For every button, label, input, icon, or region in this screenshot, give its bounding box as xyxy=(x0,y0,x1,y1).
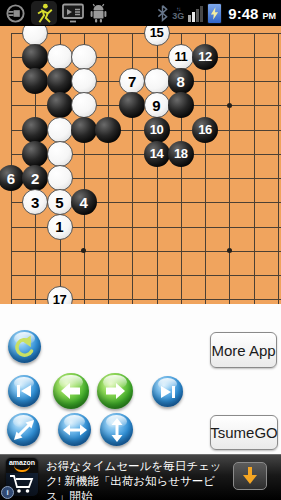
stone-black-c6r4 xyxy=(119,92,145,118)
stone-black-c2r5 xyxy=(22,117,48,143)
stone-white-move-7-c6r3: 7 xyxy=(119,68,145,94)
stone-black-move-2-c2r7: 2 xyxy=(22,165,48,191)
stone-black-c2r3 xyxy=(22,68,48,94)
battery-icon xyxy=(207,3,222,24)
first-move-button[interactable] xyxy=(8,375,40,407)
last-move-icon xyxy=(160,385,176,399)
screen-share-icon xyxy=(62,3,84,23)
stone-white-move-11-c8r2: 11 xyxy=(168,44,194,70)
stone-white-c4r4 xyxy=(71,92,97,118)
next-move-button[interactable] xyxy=(97,373,133,409)
stone-black-c8r4 xyxy=(168,92,194,118)
ad-info-icon[interactable]: i xyxy=(1,486,14,499)
stone-black-c2r2 xyxy=(22,44,48,70)
ad-banner[interactable]: amazon お得なタイムセールを毎日チェッ ク! 新機能「出荷お知らせサービ … xyxy=(0,454,281,500)
star-point xyxy=(81,248,86,253)
runner-app-icon xyxy=(31,1,57,25)
go-board[interactable]: 1511127891016141862354117 xyxy=(0,26,281,304)
stone-white-c3r5 xyxy=(47,117,73,143)
android-debug-icon xyxy=(89,3,108,23)
stone-black-move-14-c7r6: 14 xyxy=(144,141,170,167)
stone-black-c3r4 xyxy=(47,92,73,118)
next-move-icon xyxy=(105,383,125,399)
stone-white-move-9-c7r4: 9 xyxy=(144,92,170,118)
resize-diagonal-button[interactable] xyxy=(7,413,40,446)
resize-diagonal-icon xyxy=(13,419,35,441)
prev-move-icon xyxy=(61,383,81,399)
tsumego-button[interactable]: TsumeGO xyxy=(210,415,278,450)
mobile-data-3g-icon: ↑↓ 3G xyxy=(172,6,184,21)
stone-black-move-8-c8r3: 8 xyxy=(168,68,194,94)
stone-black-move-18-c8r6: 18 xyxy=(168,141,194,167)
stone-white-c4r2 xyxy=(71,44,97,70)
stone-white-move-1-c3r9: 1 xyxy=(47,214,73,240)
stone-black-move-4-c4r8: 4 xyxy=(71,189,97,215)
stone-white-c3r2 xyxy=(47,44,73,70)
signal-strength-icon xyxy=(188,5,203,22)
stone-black-c2r6 xyxy=(22,141,48,167)
undo-button[interactable] xyxy=(8,330,41,363)
status-bar: ↑↓ 3G 9:48 PM xyxy=(0,0,281,26)
stone-white-move-5-c3r8: 5 xyxy=(47,189,73,215)
resize-vertical-button[interactable] xyxy=(100,413,133,446)
resize-vertical-icon xyxy=(110,418,124,442)
phone-screen: ↑↓ 3G 9:48 PM 1511127891016141862354117 … xyxy=(0,0,281,500)
stone-white-c4r3 xyxy=(71,68,97,94)
stone-white-c2r1 xyxy=(22,26,48,46)
amazon-smile xyxy=(14,465,30,472)
last-move-button[interactable] xyxy=(152,376,183,407)
more-app-button[interactable]: More App xyxy=(210,332,277,368)
stone-white-c3r7 xyxy=(47,165,73,191)
bluetooth-icon xyxy=(157,4,168,22)
stone-black-c3r3 xyxy=(47,68,73,94)
stone-white-move-3-c2r8: 3 xyxy=(22,189,48,215)
tsumego-label: TsumeGO xyxy=(210,424,278,441)
stone-white-move-17-c3r12: 17 xyxy=(47,286,73,304)
ad-download-button[interactable] xyxy=(233,462,267,490)
first-move-icon xyxy=(16,384,32,398)
stone-black-c5r5 xyxy=(95,117,121,143)
stone-black-move-10-c7r5: 10 xyxy=(144,117,170,143)
star-point xyxy=(227,103,232,108)
prev-move-button[interactable] xyxy=(53,373,89,409)
stone-white-c3r6 xyxy=(47,141,73,167)
control-panel: More App f TsumeGO xyxy=(0,304,281,454)
ad-text: お得なタイムセールを毎日チェッ ク! 新機能「出荷お知らせサービ ス」開始 xyxy=(46,459,228,500)
status-clock: 9:48 PM xyxy=(228,5,276,22)
stone-black-move-6-c1r7: 6 xyxy=(0,165,24,191)
power-plug-icon xyxy=(5,3,26,24)
resize-horizontal-icon xyxy=(63,423,87,437)
resize-horizontal-button[interactable] xyxy=(58,413,91,446)
undo-icon xyxy=(11,333,38,360)
stone-black-move-12-c9r2: 12 xyxy=(192,44,218,70)
stone-black-c4r5 xyxy=(71,117,97,143)
star-point xyxy=(227,248,232,253)
stone-white-c7r3 xyxy=(144,68,170,94)
stone-white-move-15-c7r1: 15 xyxy=(144,26,170,46)
download-arrow-icon xyxy=(243,467,257,485)
stone-black-move-16-c9r5: 16 xyxy=(192,117,218,143)
more-app-label: More App xyxy=(211,342,275,359)
